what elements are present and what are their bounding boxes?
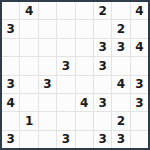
cell-r3c4[interactable] (57, 39, 74, 56)
cell-r7c4[interactable] (57, 112, 74, 129)
cell-r2c2[interactable] (20, 20, 37, 37)
cell-r3c7: 3 (112, 39, 129, 56)
cell-r2c1: 3 (2, 20, 19, 37)
cell-r7c7: 2 (112, 112, 129, 129)
cell-r2c3[interactable] (39, 20, 56, 37)
cell-r3c6: 3 (94, 39, 111, 56)
cell-r8c6: 3 (94, 131, 111, 148)
cell-r4c5[interactable] (76, 57, 93, 74)
cell-r5c1: 3 (2, 76, 19, 93)
cell-r6c7[interactable] (112, 94, 129, 111)
cell-r6c2[interactable] (20, 94, 37, 111)
cell-r6c5: 4 (76, 94, 93, 111)
cell-r6c1: 4 (2, 94, 19, 111)
cell-r8c1: 3 (2, 131, 19, 148)
cell-r8c3[interactable] (39, 131, 56, 148)
cell-r2c5[interactable] (76, 20, 93, 37)
cell-r4c3[interactable] (39, 57, 56, 74)
puzzle-board: 424323343333434433123333 (0, 0, 150, 150)
cell-r2c7: 2 (112, 20, 129, 37)
cell-r1c1[interactable] (2, 2, 19, 19)
cell-r8c2[interactable] (20, 131, 37, 148)
cell-r3c2[interactable] (20, 39, 37, 56)
cell-r4c1[interactable] (2, 57, 19, 74)
cell-r4c2[interactable] (20, 57, 37, 74)
cell-r8c5[interactable] (76, 131, 93, 148)
cell-r6c8: 3 (131, 94, 148, 111)
cell-r5c8: 3 (131, 76, 148, 93)
cell-r7c8[interactable] (131, 112, 148, 129)
cell-r7c2: 1 (20, 112, 37, 129)
cell-r4c6: 3 (94, 57, 111, 74)
cell-r3c3[interactable] (39, 39, 56, 56)
cell-r4c8[interactable] (131, 57, 148, 74)
cell-r6c6: 3 (94, 94, 111, 111)
cell-r4c4: 3 (57, 57, 74, 74)
cell-r5c5[interactable] (76, 76, 93, 93)
cell-r2c6[interactable] (94, 20, 111, 37)
cell-r5c4[interactable] (57, 76, 74, 93)
cell-r8c7: 3 (112, 131, 129, 148)
cell-r4c7[interactable] (112, 57, 129, 74)
cell-r6c4[interactable] (57, 94, 74, 111)
cell-r8c8[interactable] (131, 131, 148, 148)
cell-r7c6[interactable] (94, 112, 111, 129)
cell-r7c1[interactable] (2, 112, 19, 129)
cell-r5c7: 4 (112, 76, 129, 93)
cell-r1c4[interactable] (57, 2, 74, 19)
cell-r7c5[interactable] (76, 112, 93, 129)
cell-r1c3[interactable] (39, 2, 56, 19)
cell-r3c5[interactable] (76, 39, 93, 56)
cell-r1c7[interactable] (112, 2, 129, 19)
cell-r3c8: 4 (131, 39, 148, 56)
cell-r7c3[interactable] (39, 112, 56, 129)
cell-r1c5[interactable] (76, 2, 93, 19)
cell-r1c6: 2 (94, 2, 111, 19)
cell-r3c1[interactable] (2, 39, 19, 56)
cell-r2c8[interactable] (131, 20, 148, 37)
cell-r6c3[interactable] (39, 94, 56, 111)
cell-r5c2[interactable] (20, 76, 37, 93)
cell-r1c8: 4 (131, 2, 148, 19)
cell-r1c2: 4 (20, 2, 37, 19)
cell-r5c3: 3 (39, 76, 56, 93)
cell-r8c4: 3 (57, 131, 74, 148)
cell-r5c6[interactable] (94, 76, 111, 93)
cell-r2c4[interactable] (57, 20, 74, 37)
